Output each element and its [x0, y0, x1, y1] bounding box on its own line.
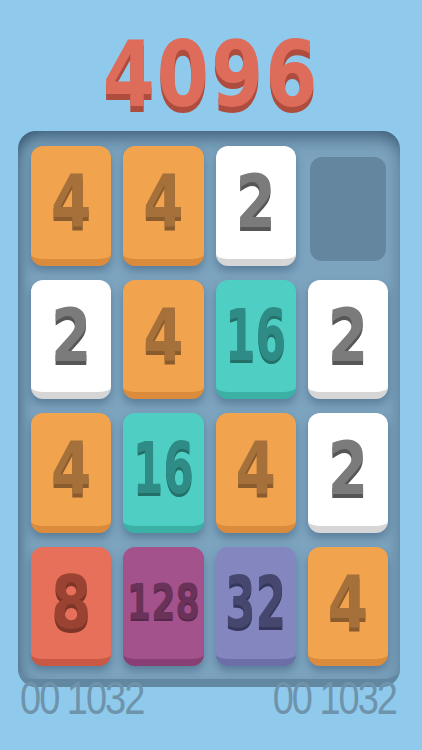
tile-4: 4 [123, 280, 203, 400]
tile-value: 128 [127, 578, 200, 627]
tile-2: 2 [308, 280, 388, 400]
tile-2: 2 [216, 146, 296, 266]
game-board[interactable]: 44224162416428128324 [18, 131, 400, 687]
tile-value: 4 [143, 300, 183, 373]
tile-value: 2 [328, 300, 368, 373]
tile-4: 4 [31, 146, 111, 266]
tile-value: 2 [51, 300, 91, 373]
empty-cell [310, 157, 386, 261]
score-counter-right: 00 1032 [273, 674, 396, 724]
tile-16: 16 [123, 413, 203, 533]
tile-value: 2 [328, 433, 368, 506]
tile-32: 32 [216, 547, 296, 667]
tile-value: 16 [133, 434, 194, 504]
tile-8: 8 [31, 547, 111, 667]
tile-value: 2 [235, 166, 275, 239]
tile-value: 4 [143, 166, 183, 239]
tile-value: 4 [328, 567, 368, 640]
tile-2: 2 [31, 280, 111, 400]
tile-2: 2 [308, 413, 388, 533]
tile-value: 4 [51, 166, 91, 239]
app-screen: { "game": "4096 (2048-style sliding-tile… [0, 0, 422, 750]
tile-value: 16 [225, 301, 286, 371]
tile-value: 32 [225, 568, 286, 638]
tile-value: 4 [235, 433, 275, 506]
tile-4: 4 [31, 413, 111, 533]
game-title: 4096 [0, 30, 422, 120]
tile-4: 4 [123, 146, 203, 266]
score-counter-left: 00 1032 [20, 674, 143, 724]
tile-4: 4 [216, 413, 296, 533]
tile-128: 128 [123, 547, 203, 667]
tile-16: 16 [216, 280, 296, 400]
tile-value: 8 [51, 567, 91, 640]
tile-value: 4 [51, 433, 91, 506]
tile-4: 4 [308, 547, 388, 667]
